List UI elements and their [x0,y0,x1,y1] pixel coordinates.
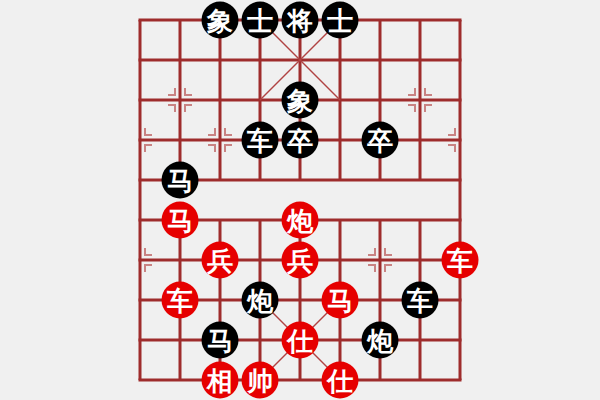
point-3-1[interactable] [240,40,280,80]
xiangqi-diagram: 象士将士象车卒卒马马炮兵兵车车炮马车马仕炮相帅仕 [0,0,600,400]
point-7-2[interactable] [400,80,440,120]
point-0-5[interactable] [120,200,160,240]
point-6-0[interactable] [360,0,400,40]
point-6-2[interactable] [360,80,400,120]
point-5-4[interactable] [320,160,360,200]
black-soldier[interactable]: 卒 [362,122,399,159]
black-elephant[interactable]: 象 [202,2,239,39]
point-3-8[interactable] [240,320,280,360]
point-5-0[interactable]: 士 [320,0,360,40]
red-soldier[interactable]: 兵 [282,242,319,279]
point-0-3[interactable] [120,120,160,160]
black-horse[interactable]: 马 [162,162,199,199]
point-6-3[interactable]: 卒 [360,120,400,160]
black-elephant[interactable]: 象 [282,82,319,119]
point-7-6[interactable] [400,240,440,280]
point-8-0[interactable] [440,0,480,40]
point-6-6[interactable] [360,240,400,280]
point-6-9[interactable] [360,360,400,400]
point-2-0[interactable]: 象 [200,0,240,40]
black-soldier[interactable]: 卒 [282,122,319,159]
point-5-3[interactable] [320,120,360,160]
point-8-7[interactable] [440,280,480,320]
point-2-8[interactable]: 马 [200,320,240,360]
red-elephant[interactable]: 相 [202,362,239,399]
point-3-0[interactable]: 士 [240,0,280,40]
point-3-6[interactable] [240,240,280,280]
point-7-0[interactable] [400,0,440,40]
point-0-1[interactable] [120,40,160,80]
point-8-4[interactable] [440,160,480,200]
point-1-4[interactable]: 马 [160,160,200,200]
point-5-5[interactable] [320,200,360,240]
point-1-2[interactable] [160,80,200,120]
point-2-3[interactable] [200,120,240,160]
point-2-5[interactable] [200,200,240,240]
point-3-3[interactable]: 车 [240,120,280,160]
point-4-6[interactable]: 兵 [280,240,320,280]
black-advisor[interactable]: 士 [242,2,279,39]
point-2-6[interactable]: 兵 [200,240,240,280]
point-7-1[interactable] [400,40,440,80]
point-7-7[interactable]: 车 [400,280,440,320]
point-8-1[interactable] [440,40,480,80]
black-chariot[interactable]: 车 [402,282,439,319]
red-cannon[interactable]: 炮 [282,202,319,239]
point-1-7[interactable]: 车 [160,280,200,320]
point-1-0[interactable] [160,0,200,40]
point-2-7[interactable] [200,280,240,320]
point-8-8[interactable] [440,320,480,360]
red-chariot[interactable]: 车 [162,282,199,319]
point-6-4[interactable] [360,160,400,200]
point-0-7[interactable] [120,280,160,320]
red-advisor[interactable]: 仕 [282,322,319,359]
point-4-4[interactable] [280,160,320,200]
red-advisor[interactable]: 仕 [322,362,359,399]
point-0-2[interactable] [120,80,160,120]
point-8-5[interactable] [440,200,480,240]
red-horse[interactable]: 马 [322,282,359,319]
point-5-6[interactable] [320,240,360,280]
point-0-4[interactable] [120,160,160,200]
point-4-1[interactable] [280,40,320,80]
point-0-6[interactable] [120,240,160,280]
point-5-1[interactable] [320,40,360,80]
point-2-4[interactable] [200,160,240,200]
point-4-7[interactable] [280,280,320,320]
point-7-8[interactable] [400,320,440,360]
point-3-4[interactable] [240,160,280,200]
point-1-9[interactable] [160,360,200,400]
point-6-1[interactable] [360,40,400,80]
xiangqi-board: 象士将士象车卒卒马马炮兵兵车车炮马车马仕炮相帅仕 [120,0,480,400]
point-3-7[interactable]: 炮 [240,280,280,320]
red-horse[interactable]: 马 [162,202,199,239]
point-0-8[interactable] [120,320,160,360]
point-2-1[interactable] [200,40,240,80]
black-general[interactable]: 将 [282,2,319,39]
black-chariot[interactable]: 车 [242,122,279,159]
point-5-2[interactable] [320,80,360,120]
point-6-7[interactable] [360,280,400,320]
point-5-8[interactable] [320,320,360,360]
black-horse[interactable]: 马 [202,322,239,359]
point-1-8[interactable] [160,320,200,360]
black-cannon[interactable]: 炮 [362,322,399,359]
point-7-5[interactable] [400,200,440,240]
point-5-7[interactable]: 马 [320,280,360,320]
point-0-0[interactable] [120,0,160,40]
point-3-5[interactable] [240,200,280,240]
point-8-2[interactable] [440,80,480,120]
point-3-9[interactable]: 帅 [240,360,280,400]
red-chariot[interactable]: 车 [442,242,479,279]
point-6-8[interactable]: 炮 [360,320,400,360]
point-7-4[interactable] [400,160,440,200]
point-0-9[interactable] [120,360,160,400]
point-4-5[interactable]: 炮 [280,200,320,240]
red-general[interactable]: 帅 [242,362,279,399]
point-1-6[interactable] [160,240,200,280]
point-8-3[interactable] [440,120,480,160]
point-4-0[interactable]: 将 [280,0,320,40]
black-cannon[interactable]: 炮 [242,282,279,319]
point-4-3[interactable]: 卒 [280,120,320,160]
point-4-8[interactable]: 仕 [280,320,320,360]
point-2-9[interactable]: 相 [200,360,240,400]
point-2-2[interactable] [200,80,240,120]
black-advisor[interactable]: 士 [322,2,359,39]
point-7-3[interactable] [400,120,440,160]
point-4-2[interactable]: 象 [280,80,320,120]
point-1-1[interactable] [160,40,200,80]
point-5-9[interactable]: 仕 [320,360,360,400]
point-6-5[interactable] [360,200,400,240]
point-4-9[interactable] [280,360,320,400]
point-8-6[interactable]: 车 [440,240,480,280]
point-8-9[interactable] [440,360,480,400]
point-3-2[interactable] [240,80,280,120]
point-1-3[interactable] [160,120,200,160]
point-1-5[interactable]: 马 [160,200,200,240]
red-soldier[interactable]: 兵 [202,242,239,279]
point-7-9[interactable] [400,360,440,400]
